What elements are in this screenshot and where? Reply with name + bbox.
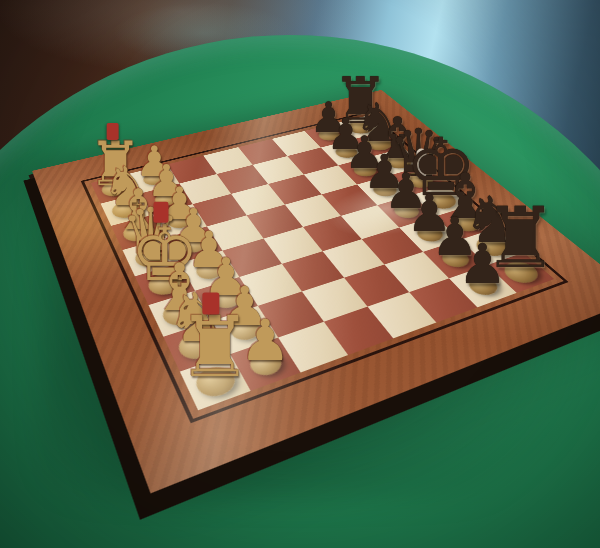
red-banner	[153, 202, 168, 223]
piece-glyph: ♜	[177, 305, 252, 389]
red-banner	[202, 292, 219, 315]
table: ♜♟♟♜♞♟♟♞♝♟♟♝♛♟♟♛♚♟♟♚♝♟♟♝♞♟♟♞♜♟♟♜ Chess s…	[0, 0, 600, 548]
piece-glyph: ♟	[458, 236, 507, 291]
red-banner	[107, 124, 119, 140]
